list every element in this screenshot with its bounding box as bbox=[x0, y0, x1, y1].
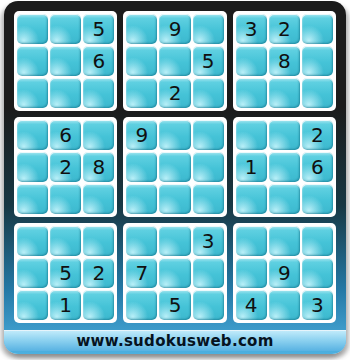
sudoku-box-2: 952 bbox=[123, 11, 226, 111]
sudoku-cell-r2c7[interactable] bbox=[236, 46, 267, 76]
sudoku-cell-r3c4[interactable] bbox=[126, 78, 157, 108]
sudoku-box-4: 628 bbox=[14, 117, 117, 217]
sudoku-cell-r9c6[interactable] bbox=[193, 290, 224, 320]
sudoku-cell-r6c3[interactable] bbox=[83, 184, 114, 214]
sudoku-cell-r8c1[interactable] bbox=[17, 258, 48, 288]
sudoku-cell-r2c4[interactable] bbox=[126, 46, 157, 76]
sudoku-cell-r2c9[interactable] bbox=[302, 46, 333, 76]
sudoku-cell-r9c1[interactable] bbox=[17, 290, 48, 320]
sudoku-cell-r2c3[interactable]: 6 bbox=[83, 46, 114, 76]
sudoku-cell-r3c5[interactable]: 2 bbox=[159, 78, 190, 108]
sudoku-cell-r4c8[interactable] bbox=[269, 120, 300, 150]
sudoku-cell-r4c5[interactable] bbox=[159, 120, 190, 150]
sudoku-cell-r9c4[interactable] bbox=[126, 290, 157, 320]
sudoku-cell-r6c8[interactable] bbox=[269, 184, 300, 214]
sudoku-cell-r2c1[interactable] bbox=[17, 46, 48, 76]
sudoku-box-3: 328 bbox=[233, 11, 336, 111]
sudoku-cell-r8c8[interactable]: 9 bbox=[269, 258, 300, 288]
sudoku-cell-r5c6[interactable] bbox=[193, 152, 224, 182]
sudoku-box-1: 56 bbox=[14, 11, 117, 111]
sudoku-cell-r5c9[interactable]: 6 bbox=[302, 152, 333, 182]
sudoku-cell-r3c9[interactable] bbox=[302, 78, 333, 108]
sudoku-cell-r2c5[interactable] bbox=[159, 46, 190, 76]
sudoku-cell-r2c8[interactable]: 8 bbox=[269, 46, 300, 76]
sudoku-box-8: 375 bbox=[123, 223, 226, 323]
sudoku-cell-r6c6[interactable] bbox=[193, 184, 224, 214]
sudoku-cell-r4c4[interactable]: 9 bbox=[126, 120, 157, 150]
sudoku-cell-r5c1[interactable] bbox=[17, 152, 48, 182]
sudoku-cell-r3c7[interactable] bbox=[236, 78, 267, 108]
sudoku-cell-r4c3[interactable] bbox=[83, 120, 114, 150]
sudoku-cell-r3c8[interactable] bbox=[269, 78, 300, 108]
sudoku-cell-r8c6[interactable] bbox=[193, 258, 224, 288]
sudoku-cell-r4c6[interactable] bbox=[193, 120, 224, 150]
sudoku-cell-r9c8[interactable] bbox=[269, 290, 300, 320]
sudoku-cell-r1c3[interactable]: 5 bbox=[83, 14, 114, 44]
sudoku-cell-r1c6[interactable] bbox=[193, 14, 224, 44]
sudoku-cell-r9c7[interactable]: 4 bbox=[236, 290, 267, 320]
sudoku-cell-r7c3[interactable] bbox=[83, 226, 114, 256]
sudoku-cell-r7c9[interactable] bbox=[302, 226, 333, 256]
sudoku-cell-r8c3[interactable]: 2 bbox=[83, 258, 114, 288]
sudoku-cell-r8c2[interactable]: 5 bbox=[50, 258, 81, 288]
sudoku-cell-r6c1[interactable] bbox=[17, 184, 48, 214]
sudoku-cell-r4c1[interactable] bbox=[17, 120, 48, 150]
sudoku-cell-r5c3[interactable]: 8 bbox=[83, 152, 114, 182]
sudoku-cell-r6c4[interactable] bbox=[126, 184, 157, 214]
sudoku-cell-r4c9[interactable]: 2 bbox=[302, 120, 333, 150]
sudoku-cell-r9c5[interactable]: 5 bbox=[159, 290, 190, 320]
sudoku-cell-r8c7[interactable] bbox=[236, 258, 267, 288]
sudoku-cell-r3c3[interactable] bbox=[83, 78, 114, 108]
sudoku-board: 569523286289216521375943 www.sudokusweb.… bbox=[4, 1, 346, 354]
sudoku-cell-r1c8[interactable]: 2 bbox=[269, 14, 300, 44]
sudoku-cell-r5c2[interactable]: 2 bbox=[50, 152, 81, 182]
sudoku-cell-r4c2[interactable]: 6 bbox=[50, 120, 81, 150]
sudoku-cell-r8c9[interactable] bbox=[302, 258, 333, 288]
sudoku-cell-r7c7[interactable] bbox=[236, 226, 267, 256]
sudoku-cell-r1c4[interactable] bbox=[126, 14, 157, 44]
sudoku-cell-r7c8[interactable] bbox=[269, 226, 300, 256]
sudoku-cell-r5c7[interactable]: 1 bbox=[236, 152, 267, 182]
sudoku-cell-r1c5[interactable]: 9 bbox=[159, 14, 190, 44]
sudoku-cell-r2c2[interactable] bbox=[50, 46, 81, 76]
sudoku-cell-r6c2[interactable] bbox=[50, 184, 81, 214]
sudoku-box-6: 216 bbox=[233, 117, 336, 217]
sudoku-cell-r2c6[interactable]: 5 bbox=[193, 46, 224, 76]
sudoku-box-5: 9 bbox=[123, 117, 226, 217]
sudoku-cell-r1c7[interactable]: 3 bbox=[236, 14, 267, 44]
sudoku-cell-r1c1[interactable] bbox=[17, 14, 48, 44]
sudoku-cell-r7c6[interactable]: 3 bbox=[193, 226, 224, 256]
sudoku-cell-r5c4[interactable] bbox=[126, 152, 157, 182]
sudoku-cell-r6c5[interactable] bbox=[159, 184, 190, 214]
sudoku-cell-r7c4[interactable] bbox=[126, 226, 157, 256]
sudoku-cell-r5c8[interactable] bbox=[269, 152, 300, 182]
sudoku-cell-r6c9[interactable] bbox=[302, 184, 333, 214]
sudoku-cell-r5c5[interactable] bbox=[159, 152, 190, 182]
sudoku-cell-r4c7[interactable] bbox=[236, 120, 267, 150]
website-link[interactable]: www.sudokusweb.com bbox=[4, 330, 346, 351]
sudoku-cell-r9c9[interactable]: 3 bbox=[302, 290, 333, 320]
sudoku-box-7: 521 bbox=[14, 223, 117, 323]
sudoku-cell-r3c2[interactable] bbox=[50, 78, 81, 108]
sudoku-cell-r1c9[interactable] bbox=[302, 14, 333, 44]
sudoku-cell-r6c7[interactable] bbox=[236, 184, 267, 214]
sudoku-cell-r8c5[interactable] bbox=[159, 258, 190, 288]
sudoku-cell-r7c1[interactable] bbox=[17, 226, 48, 256]
sudoku-cell-r9c3[interactable] bbox=[83, 290, 114, 320]
sudoku-grid: 569523286289216521375943 bbox=[4, 1, 346, 323]
sudoku-box-9: 943 bbox=[233, 223, 336, 323]
sudoku-cell-r7c5[interactable] bbox=[159, 226, 190, 256]
sudoku-cell-r1c2[interactable] bbox=[50, 14, 81, 44]
sudoku-cell-r3c6[interactable] bbox=[193, 78, 224, 108]
sudoku-cell-r9c2[interactable]: 1 bbox=[50, 290, 81, 320]
sudoku-cell-r8c4[interactable]: 7 bbox=[126, 258, 157, 288]
sudoku-cell-r7c2[interactable] bbox=[50, 226, 81, 256]
sudoku-cell-r3c1[interactable] bbox=[17, 78, 48, 108]
